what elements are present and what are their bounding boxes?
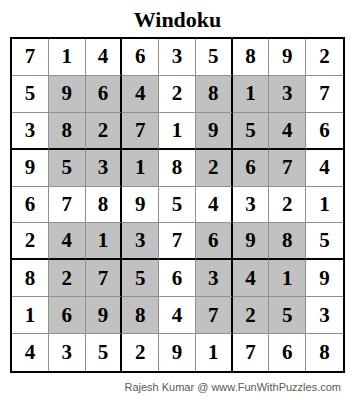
cell-r7c4[interactable]: 5: [122, 260, 159, 297]
cell-r7c9[interactable]: 9: [306, 260, 343, 297]
cell-r9c1[interactable]: 4: [12, 334, 49, 371]
cell-r5c7[interactable]: 3: [233, 187, 270, 224]
cell-r6c6[interactable]: 6: [196, 223, 233, 260]
cell-r8c4[interactable]: 8: [122, 297, 159, 334]
cell-r8c1[interactable]: 1: [12, 297, 49, 334]
cell-r8c5[interactable]: 4: [159, 297, 196, 334]
windoku-puzzle-page: Windoku 71463589259642813738271954695318…: [0, 0, 355, 400]
cell-r2c7[interactable]: 1: [233, 76, 270, 113]
cell-r6c4[interactable]: 3: [122, 223, 159, 260]
cell-r3c4[interactable]: 7: [122, 113, 159, 150]
cell-r4c5[interactable]: 8: [159, 150, 196, 187]
cell-r7c7[interactable]: 4: [233, 260, 270, 297]
cell-r6c7[interactable]: 9: [233, 223, 270, 260]
cell-r2c1[interactable]: 5: [12, 76, 49, 113]
cell-r4c6[interactable]: 2: [196, 150, 233, 187]
cell-r3c9[interactable]: 6: [306, 113, 343, 150]
cell-r7c2[interactable]: 2: [49, 260, 86, 297]
cell-r6c8[interactable]: 8: [269, 223, 306, 260]
cell-r5c8[interactable]: 2: [269, 187, 306, 224]
cell-r4c3[interactable]: 3: [86, 150, 123, 187]
cell-r8c6[interactable]: 7: [196, 297, 233, 334]
cell-r5c6[interactable]: 4: [196, 187, 233, 224]
cell-r7c3[interactable]: 7: [86, 260, 123, 297]
cell-r3c8[interactable]: 4: [269, 113, 306, 150]
sudoku-grid: 7146358925964281373827195469531826746789…: [10, 37, 345, 373]
cell-r7c6[interactable]: 3: [196, 260, 233, 297]
cell-r1c2[interactable]: 1: [49, 39, 86, 76]
cell-r6c1[interactable]: 2: [12, 223, 49, 260]
cell-r8c8[interactable]: 5: [269, 297, 306, 334]
watermark-credit: Rajesh Kumar @ www.FunWithPuzzles.com: [10, 381, 341, 393]
cell-r2c8[interactable]: 3: [269, 76, 306, 113]
puzzle-title: Windoku: [0, 7, 355, 33]
cell-r9c9[interactable]: 8: [306, 334, 343, 371]
cell-r4c2[interactable]: 5: [49, 150, 86, 187]
cell-r1c6[interactable]: 5: [196, 39, 233, 76]
cell-r6c3[interactable]: 1: [86, 223, 123, 260]
cell-r1c9[interactable]: 2: [306, 39, 343, 76]
cell-r5c2[interactable]: 7: [49, 187, 86, 224]
cell-r8c9[interactable]: 3: [306, 297, 343, 334]
cell-r2c4[interactable]: 4: [122, 76, 159, 113]
cell-r3c2[interactable]: 8: [49, 113, 86, 150]
cell-r5c4[interactable]: 9: [122, 187, 159, 224]
cell-r9c5[interactable]: 9: [159, 334, 196, 371]
cell-r6c2[interactable]: 4: [49, 223, 86, 260]
cell-r9c3[interactable]: 5: [86, 334, 123, 371]
cell-r9c2[interactable]: 3: [49, 334, 86, 371]
cell-r1c1[interactable]: 7: [12, 39, 49, 76]
cell-r6c5[interactable]: 7: [159, 223, 196, 260]
cell-r2c6[interactable]: 8: [196, 76, 233, 113]
cell-r5c9[interactable]: 1: [306, 187, 343, 224]
cell-r6c9[interactable]: 5: [306, 223, 343, 260]
cell-r3c3[interactable]: 2: [86, 113, 123, 150]
cell-r3c5[interactable]: 1: [159, 113, 196, 150]
cell-r4c9[interactable]: 4: [306, 150, 343, 187]
cell-r5c5[interactable]: 5: [159, 187, 196, 224]
cell-r5c1[interactable]: 6: [12, 187, 49, 224]
cell-r1c7[interactable]: 8: [233, 39, 270, 76]
cell-r7c8[interactable]: 1: [269, 260, 306, 297]
cell-r9c6[interactable]: 1: [196, 334, 233, 371]
cell-r2c5[interactable]: 2: [159, 76, 196, 113]
cell-r7c1[interactable]: 8: [12, 260, 49, 297]
cell-r9c8[interactable]: 6: [269, 334, 306, 371]
cell-r4c8[interactable]: 7: [269, 150, 306, 187]
cell-r8c3[interactable]: 9: [86, 297, 123, 334]
cell-r4c1[interactable]: 9: [12, 150, 49, 187]
cell-r3c7[interactable]: 5: [233, 113, 270, 150]
cell-r9c7[interactable]: 7: [233, 334, 270, 371]
cell-r5c3[interactable]: 8: [86, 187, 123, 224]
cell-r2c9[interactable]: 7: [306, 76, 343, 113]
cell-r1c4[interactable]: 6: [122, 39, 159, 76]
cell-r1c8[interactable]: 9: [269, 39, 306, 76]
cell-r8c2[interactable]: 6: [49, 297, 86, 334]
cell-r2c3[interactable]: 6: [86, 76, 123, 113]
cell-r2c2[interactable]: 9: [49, 76, 86, 113]
cell-r3c1[interactable]: 3: [12, 113, 49, 150]
cell-r1c5[interactable]: 3: [159, 39, 196, 76]
cell-r4c4[interactable]: 1: [122, 150, 159, 187]
cell-r4c7[interactable]: 6: [233, 150, 270, 187]
cell-r8c7[interactable]: 2: [233, 297, 270, 334]
cell-r3c6[interactable]: 9: [196, 113, 233, 150]
cell-r7c5[interactable]: 6: [159, 260, 196, 297]
cell-r1c3[interactable]: 4: [86, 39, 123, 76]
cell-r9c4[interactable]: 2: [122, 334, 159, 371]
